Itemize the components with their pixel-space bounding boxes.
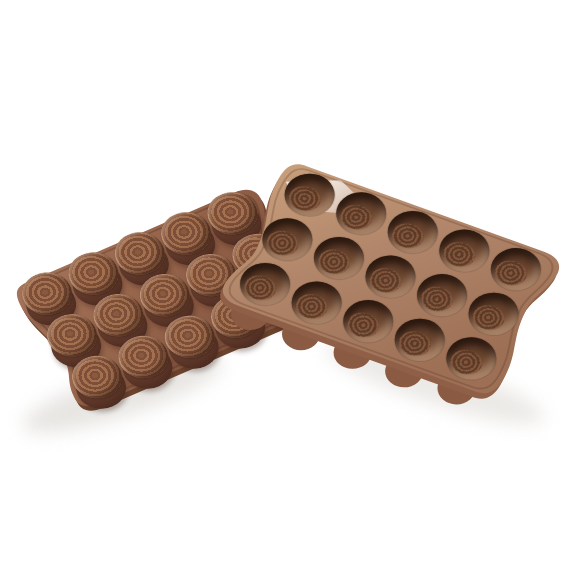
mold-cavity [461, 286, 527, 342]
product-photo [0, 0, 570, 570]
mold-cavity [431, 223, 497, 279]
mold-cavity [284, 275, 350, 331]
mold-cavity [277, 167, 343, 223]
mold-cavity [439, 331, 505, 387]
mold-cavity [483, 241, 549, 297]
mold-cavity [335, 293, 401, 349]
mold-cavity [306, 230, 372, 286]
mold-cavity [387, 312, 453, 368]
mold-cavity [232, 256, 298, 312]
mold-cavity [380, 204, 446, 260]
mold-cavity [328, 186, 394, 242]
mold-cavity [358, 249, 424, 305]
mold-cavity [409, 267, 475, 323]
mold-cavity [255, 212, 321, 268]
